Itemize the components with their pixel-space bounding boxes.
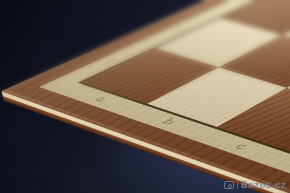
bazos-watermark: Bazos.cz [224, 180, 286, 190]
board-frame [2, 0, 290, 193]
file-labels: abcdefgh [59, 83, 290, 193]
watermark-divider [237, 181, 238, 189]
photo-of-chessboard: abcdefgh 87654321 Bazos.cz [0, 0, 290, 193]
camera-icon [224, 181, 234, 189]
maple-border [39, 0, 290, 193]
light-haze-overlay [2, 0, 290, 193]
near-shade-overlay [2, 0, 290, 193]
file-label: a [59, 83, 145, 115]
board-square [83, 48, 219, 103]
file-label: b [124, 105, 215, 140]
board-square [217, 88, 290, 152]
board-square [287, 53, 290, 110]
file-label: c [194, 128, 290, 166]
chess-board: abcdefgh 87654321 [2, 0, 290, 193]
board-square [147, 67, 286, 127]
watermark-text: Bazos.cz [241, 180, 286, 190]
board-top-surface: abcdefgh 87654321 [2, 0, 290, 193]
board-square [219, 35, 290, 88]
rank-label: 1 [64, 43, 152, 81]
